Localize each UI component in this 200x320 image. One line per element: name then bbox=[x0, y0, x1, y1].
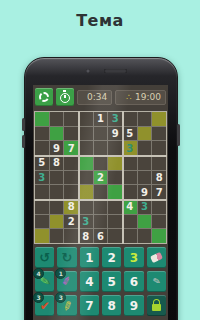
sudoku-cell-r1c7[interactable] bbox=[123, 112, 137, 126]
sudoku-cell-r5c9[interactable]: 8 bbox=[152, 171, 166, 185]
settings-button[interactable] bbox=[35, 88, 53, 106]
sudoku-cell-r9c3[interactable] bbox=[64, 229, 78, 243]
sudoku-cell-r3c8[interactable] bbox=[138, 141, 152, 155]
best-time: 19:00 bbox=[135, 92, 161, 102]
sudoku-cell-r9c1[interactable] bbox=[35, 229, 49, 243]
undo-button[interactable]: ↺ bbox=[35, 247, 54, 268]
elapsed-time: 0:34 bbox=[87, 92, 107, 102]
sudoku-cell-r8c9[interactable] bbox=[152, 215, 166, 229]
sudoku-cell-r6c1[interactable] bbox=[35, 185, 49, 199]
sudoku-cell-r3c5[interactable] bbox=[94, 141, 108, 155]
sudoku-cell-r1c5[interactable]: 1 bbox=[94, 112, 108, 126]
app-screen: 0:34 ∴ 19:00 139597358328978432386 ↺↻123… bbox=[33, 85, 168, 320]
sudoku-cell-r2c7[interactable]: 5 bbox=[123, 127, 137, 141]
sudoku-cell-r4c4[interactable] bbox=[79, 156, 93, 170]
redo-icon: ↻ bbox=[62, 251, 73, 264]
sudoku-cell-r7c2[interactable] bbox=[50, 200, 64, 214]
sudoku-cell-r1c6[interactable]: 3 bbox=[108, 112, 122, 126]
sudoku-cell-r6c9[interactable]: 7 bbox=[152, 185, 166, 199]
phone-mockup: 0:34 ∴ 19:00 139597358328978432386 ↺↻123… bbox=[24, 57, 178, 320]
sudoku-cell-r5c7[interactable] bbox=[123, 171, 137, 185]
sudoku-cell-r9c2[interactable] bbox=[50, 229, 64, 243]
timer-button[interactable] bbox=[56, 88, 74, 106]
sudoku-cell-r5c4[interactable] bbox=[79, 171, 93, 185]
page-title: Тема bbox=[0, 11, 200, 30]
sudoku-cell-r6c3[interactable] bbox=[64, 185, 78, 199]
sudoku-cell-r1c1[interactable] bbox=[35, 112, 49, 126]
sudoku-cell-r1c3[interactable] bbox=[64, 112, 78, 126]
sudoku-cell-r8c7[interactable] bbox=[123, 215, 137, 229]
sudoku-cell-r7c4[interactable] bbox=[79, 200, 93, 214]
sudoku-cell-r8c6[interactable] bbox=[108, 215, 122, 229]
sudoku-cell-r7c6[interactable] bbox=[108, 200, 122, 214]
sudoku-grid: 139597358328978432386 bbox=[34, 111, 167, 244]
sudoku-cell-r3c1[interactable] bbox=[35, 141, 49, 155]
sudoku-cell-r9c9[interactable] bbox=[152, 229, 166, 243]
sudoku-cell-r4c8[interactable] bbox=[138, 156, 152, 170]
sudoku-cell-r5c1[interactable]: 3 bbox=[35, 171, 49, 185]
theme-preview-page: Тема 0:34 ∴ 19:00 bbox=[0, 0, 200, 320]
sudoku-cell-r4c6[interactable] bbox=[108, 156, 122, 170]
number-pad: ↺↻123✎4✐1456✎✔3✎3789 bbox=[33, 244, 168, 316]
sudoku-cell-r7c3[interactable]: 8 bbox=[64, 200, 78, 214]
gear-icon bbox=[39, 92, 49, 102]
sudoku-cell-r4c5[interactable] bbox=[94, 156, 108, 170]
sudoku-cell-r9c6[interactable] bbox=[108, 229, 122, 243]
sudoku-cell-r2c3[interactable] bbox=[64, 127, 78, 141]
sudoku-cell-r3c3[interactable]: 7 bbox=[64, 141, 78, 155]
power-button bbox=[177, 124, 180, 146]
sudoku-cell-r7c5[interactable] bbox=[94, 200, 108, 214]
lock-icon bbox=[152, 304, 161, 311]
marker-button[interactable]: ✐1 bbox=[57, 271, 76, 292]
sudoku-cell-r3c6[interactable] bbox=[108, 141, 122, 155]
sudoku-cell-r8c4[interactable]: 3 bbox=[79, 215, 93, 229]
numpad-button-7[interactable]: 7 bbox=[80, 295, 99, 316]
sudoku-cell-r6c8[interactable]: 9 bbox=[138, 185, 152, 199]
check-button[interactable]: ✔3 bbox=[35, 295, 54, 316]
eraser-button[interactable] bbox=[147, 247, 166, 268]
pencil-button[interactable]: ✎3 bbox=[57, 295, 76, 316]
pencils-button[interactable]: ✎4 bbox=[35, 271, 54, 292]
sudoku-cell-r2c1[interactable] bbox=[35, 127, 49, 141]
pen-button[interactable]: ✎ bbox=[147, 271, 166, 292]
sudoku-cell-r8c5[interactable] bbox=[94, 215, 108, 229]
volume-up-button bbox=[22, 118, 25, 131]
elapsed-time-panel: 0:34 bbox=[77, 90, 112, 105]
sudoku-cell-r4c1[interactable]: 5 bbox=[35, 156, 49, 170]
sudoku-cell-r5c5[interactable]: 2 bbox=[94, 171, 108, 185]
sudoku-cell-r8c8[interactable] bbox=[138, 215, 152, 229]
sudoku-cell-r1c2[interactable] bbox=[50, 112, 64, 126]
toolbar: 0:34 ∴ 19:00 bbox=[33, 85, 168, 109]
numpad-button-4[interactable]: 4 bbox=[80, 271, 99, 292]
sudoku-cell-r1c9[interactable] bbox=[152, 112, 166, 126]
sudoku-cell-r8c1[interactable] bbox=[35, 215, 49, 229]
pen-icon: ✎ bbox=[152, 276, 162, 287]
numpad-button-5[interactable]: 5 bbox=[102, 271, 121, 292]
sudoku-cell-r9c8[interactable] bbox=[138, 229, 152, 243]
sudoku-cell-r5c2[interactable] bbox=[50, 171, 64, 185]
sudoku-cell-r4c7[interactable] bbox=[123, 156, 137, 170]
sudoku-cell-r9c7[interactable] bbox=[123, 229, 137, 243]
numpad-button-9[interactable]: 9 bbox=[124, 295, 143, 316]
sudoku-cell-r5c8[interactable] bbox=[138, 171, 152, 185]
sudoku-cell-r6c7[interactable] bbox=[123, 185, 137, 199]
sudoku-cell-r5c3[interactable] bbox=[64, 171, 78, 185]
numpad-button-8[interactable]: 8 bbox=[102, 295, 121, 316]
sudoku-cell-r2c4[interactable] bbox=[79, 127, 93, 141]
sudoku-cell-r6c2[interactable] bbox=[50, 185, 64, 199]
lock-button[interactable] bbox=[147, 295, 166, 316]
numpad-button-1[interactable]: 1 bbox=[80, 247, 99, 268]
front-camera bbox=[86, 69, 90, 73]
sudoku-cell-r7c9[interactable] bbox=[152, 200, 166, 214]
sudoku-cell-r4c2[interactable]: 8 bbox=[50, 156, 64, 170]
sudoku-cell-r5c6[interactable] bbox=[108, 171, 122, 185]
sudoku-cell-r2c8[interactable] bbox=[138, 127, 152, 141]
sudoku-cell-r1c4[interactable] bbox=[79, 112, 93, 126]
undo-icon: ↺ bbox=[39, 251, 50, 264]
sudoku-cell-r8c2[interactable] bbox=[50, 215, 64, 229]
sudoku-cell-r9c5[interactable]: 6 bbox=[94, 229, 108, 243]
sudoku-cell-r2c9[interactable] bbox=[152, 127, 166, 141]
sudoku-cell-r8c3[interactable]: 2 bbox=[64, 215, 78, 229]
sudoku-cell-r3c7[interactable]: 3 bbox=[123, 141, 137, 155]
sudoku-cell-r2c6[interactable]: 9 bbox=[108, 127, 122, 141]
numpad-button-6[interactable]: 6 bbox=[124, 271, 143, 292]
pencils-badge: 4 bbox=[33, 268, 44, 279]
stopwatch-icon bbox=[60, 93, 70, 103]
earpiece-speaker bbox=[104, 69, 127, 73]
sudoku-cell-r2c2[interactable] bbox=[50, 127, 64, 141]
sudoku-cell-r6c5[interactable] bbox=[94, 185, 108, 199]
sudoku-cell-r2c5[interactable] bbox=[94, 127, 108, 141]
sudoku-board: 139597358328978432386 bbox=[34, 111, 167, 244]
sudoku-cell-r7c1[interactable] bbox=[35, 200, 49, 214]
sudoku-cell-r4c3[interactable] bbox=[64, 156, 78, 170]
check-badge: 3 bbox=[33, 292, 44, 303]
volume-down-button bbox=[22, 135, 25, 148]
sudoku-cell-r3c4[interactable] bbox=[79, 141, 93, 155]
sudoku-cell-r3c9[interactable] bbox=[152, 141, 166, 155]
sudoku-cell-r7c8[interactable]: 3 bbox=[138, 200, 152, 214]
numpad-button-2[interactable]: 2 bbox=[102, 247, 121, 268]
sudoku-cell-r4c9[interactable] bbox=[152, 156, 166, 170]
numpad-button-3[interactable]: 3 bbox=[124, 247, 143, 268]
sudoku-cell-r7c7[interactable]: 4 bbox=[123, 200, 137, 214]
sudoku-cell-r1c8[interactable] bbox=[138, 112, 152, 126]
eraser-icon bbox=[150, 252, 163, 263]
sudoku-cell-r3c2[interactable]: 9 bbox=[50, 141, 64, 155]
sudoku-cell-r6c6[interactable] bbox=[108, 185, 122, 199]
best-time-panel: ∴ 19:00 bbox=[115, 90, 166, 105]
sudoku-cell-r6c4[interactable] bbox=[79, 185, 93, 199]
best-time-icon: ∴ bbox=[126, 93, 132, 102]
redo-button[interactable]: ↻ bbox=[57, 247, 76, 268]
sudoku-cell-r9c4[interactable]: 8 bbox=[79, 229, 93, 243]
